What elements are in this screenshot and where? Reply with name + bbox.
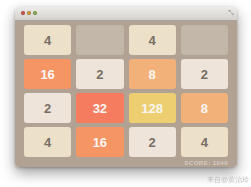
- empty-cell-r1c2: [76, 25, 123, 55]
- window-content: 4416282232128841624 SCORE:1040: [15, 21, 237, 167]
- empty-cell-r1c4: [181, 25, 228, 55]
- tile-2-r2c4: 2: [181, 59, 228, 89]
- watermark-text: 来自@黄治玲: [207, 175, 249, 185]
- tile-2-r2c2: 2: [76, 59, 123, 89]
- minimize-button-icon[interactable]: [27, 11, 31, 15]
- zoom-button-icon[interactable]: [33, 11, 37, 15]
- score-line: SCORE:1040: [24, 160, 228, 166]
- game-window: ⤡ 4416282232128841624 SCORE:1040: [15, 7, 237, 167]
- tile-4-r4c1: 4: [24, 127, 71, 157]
- resize-diagonal-icon[interactable]: ⤡: [228, 8, 234, 18]
- tile-4-r1c1: 4: [24, 25, 71, 55]
- board[interactable]: 4416282232128841624: [24, 25, 228, 157]
- tile-16-r4c2: 16: [76, 127, 123, 157]
- tile-8-r2c3: 8: [129, 59, 176, 89]
- tile-4-r1c3: 4: [129, 25, 176, 55]
- tile-16-r2c1: 16: [24, 59, 71, 89]
- score-label: SCORE:: [182, 160, 210, 166]
- tile-2-r3c1: 2: [24, 93, 71, 123]
- score-value: 1040: [211, 160, 228, 166]
- window-titlebar[interactable]: ⤡: [15, 7, 237, 21]
- tile-128-r3c3: 128: [129, 93, 176, 123]
- close-button-icon[interactable]: [21, 11, 25, 15]
- tile-2-r4c3: 2: [129, 127, 176, 157]
- tile-4-r4c4: 4: [181, 127, 228, 157]
- tile-8-r3c4: 8: [181, 93, 228, 123]
- tile-32-r3c2: 32: [76, 93, 123, 123]
- traffic-lights: [21, 11, 37, 15]
